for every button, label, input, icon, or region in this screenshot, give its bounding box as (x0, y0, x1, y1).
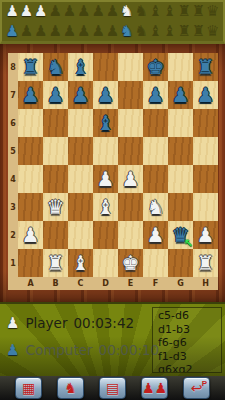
pieces-button[interactable]: ♟♟ (141, 377, 168, 399)
computer-time: 00:00:10 (99, 342, 160, 358)
piece-black-knight: ♞ (47, 57, 65, 77)
square-a4[interactable] (18, 165, 43, 193)
tray-row-1: ♟♟♟♟♟♟♟♟♞♞♝♝♜♜♛ (2, 22, 223, 41)
square-c1[interactable]: ♝ (68, 249, 93, 277)
square-g3[interactable] (168, 193, 193, 221)
captured-pieces-tray: ♟♟♟♟♟♟♟♟♞♞♝♝♜♜♛ ♟♟♟♟♟♟♟♟♞♞♝♝♜♜♛ (0, 0, 225, 44)
rank-label-4: 4 (8, 165, 18, 193)
square-c6[interactable] (68, 109, 93, 137)
tray-slot-white-pawn: ♟ (91, 2, 105, 21)
piece-white-pawn: ♟ (197, 225, 215, 245)
square-c8[interactable]: ♝ (68, 53, 93, 81)
square-b3[interactable]: ♛ (43, 193, 68, 221)
piece-white-queen: ♛ (47, 197, 65, 217)
file-label-h: H (193, 279, 218, 288)
chess-app: ♟♟♟♟♟♟♟♟♞♞♝♝♜♜♛ ♟♟♟♟♟♟♟♟♞♞♝♝♜♜♛ 87654321… (0, 0, 225, 400)
tray-slot-white-pawn: ♟ (77, 2, 91, 21)
file-label-d: D (93, 279, 118, 288)
tray-slot-black-pawn: ♟ (5, 22, 19, 41)
square-g4[interactable] (168, 165, 193, 193)
square-d5[interactable] (93, 137, 118, 165)
tray-slot-white-rook: ♜ (191, 2, 205, 21)
tray-slot-white-queen: ♛ (206, 2, 220, 21)
undo-move-button[interactable]: ↩P (183, 377, 210, 399)
tray-slot-black-bishop: ♝ (148, 22, 162, 41)
white-pawn-icon: ♟ (6, 316, 19, 331)
undo-move-button-badge: P (202, 379, 207, 388)
tray-slot-black-knight: ♞ (134, 22, 148, 41)
rank-label-7: 7 (8, 81, 18, 109)
tray-slot-white-pawn: ♟ (105, 2, 119, 21)
piece-black-pawn: ♟ (197, 85, 215, 105)
square-a3[interactable] (18, 193, 43, 221)
board: ♜♞♝♚♜♟♟♟♟♟♟♟♝♟♟♛♝♞♟♟♛↖♟♜♝♚♜ (18, 53, 218, 277)
piece-white-pawn: ♟ (22, 225, 40, 245)
game-grid-button[interactable]: ▦ (15, 377, 42, 399)
tray-slot-white-bishop: ♝ (163, 2, 177, 21)
square-b8[interactable]: ♞ (43, 53, 68, 81)
square-h8[interactable]: ♜ (193, 53, 218, 81)
board-setup-button[interactable]: ▤ (99, 377, 126, 399)
tray-slot-black-pawn: ♟ (91, 22, 105, 41)
piece-black-pawn: ♟ (22, 85, 40, 105)
piece-white-pawn: ♟ (122, 169, 140, 189)
move-list[interactable]: c5-d6d1-b3f6-g6f1-d3g6xg2 (152, 307, 222, 373)
tray-slot-black-pawn: ♟ (62, 22, 76, 41)
piece-black-pawn: ♟ (72, 85, 90, 105)
tray-slot-black-pawn: ♟ (34, 22, 48, 41)
square-g5[interactable] (168, 137, 193, 165)
file-label-f: F (143, 279, 168, 288)
piece-black-rook: ♜ (22, 57, 40, 77)
square-b7[interactable]: ♟ (43, 81, 68, 109)
square-b1[interactable]: ♜ (43, 249, 68, 277)
piece-black-pawn: ♟ (97, 85, 115, 105)
file-label-e: E (118, 279, 143, 288)
rank-label-6: 6 (8, 109, 18, 137)
piece-white-rook: ♜ (47, 253, 65, 273)
square-e6[interactable] (118, 109, 143, 137)
square-f6[interactable] (143, 109, 168, 137)
computer-label: Computer (25, 342, 92, 358)
square-d6[interactable]: ♝ (93, 109, 118, 137)
square-d2[interactable] (93, 221, 118, 249)
piece-black-pawn: ♟ (47, 85, 65, 105)
rank-label-8: 8 (8, 53, 18, 81)
square-h1[interactable]: ♜ (193, 249, 218, 277)
square-f1[interactable] (143, 249, 168, 277)
knight-icon: ♞ (64, 381, 77, 395)
move-item: d1-b3 (158, 323, 216, 337)
rank-label-2: 2 (8, 221, 18, 249)
piece-white-bishop: ♝ (97, 197, 115, 217)
square-d4[interactable]: ♟ (93, 165, 118, 193)
undo-arrow-icon: ↩ (191, 381, 203, 395)
square-e8[interactable] (118, 53, 143, 81)
pieces-icon: ♟♟ (142, 381, 167, 395)
info-panel: ♟ Player 00:03:42 ♟ Computer 00:00:10 c5… (0, 302, 225, 376)
square-h4[interactable] (193, 165, 218, 193)
square-c5[interactable] (68, 137, 93, 165)
square-c4[interactable] (68, 165, 93, 193)
move-item: f6-g6 (158, 336, 216, 350)
square-f4[interactable] (143, 165, 168, 193)
square-d7[interactable]: ♟ (93, 81, 118, 109)
tray-slot-black-queen: ♛ (206, 22, 220, 41)
square-b5[interactable] (43, 137, 68, 165)
piece-black-rook: ♜ (197, 57, 215, 77)
tray-slot-black-rook: ♜ (177, 22, 191, 41)
file-label-c: C (68, 279, 93, 288)
square-e5[interactable] (118, 137, 143, 165)
square-b6[interactable] (43, 109, 68, 137)
rank-label-5: 5 (8, 137, 18, 165)
piece-white-king: ♚ (122, 253, 140, 273)
square-h6[interactable] (193, 109, 218, 137)
square-h2[interactable]: ♟ (193, 221, 218, 249)
tray-slot-white-knight: ♞ (120, 2, 134, 21)
tray-slot-black-pawn: ♟ (19, 22, 33, 41)
square-g6[interactable] (168, 109, 193, 137)
square-g8[interactable] (168, 53, 193, 81)
square-g2[interactable]: ♛↖ (168, 221, 193, 249)
file-labels: ABCDEFGH (8, 277, 218, 290)
piece-white-knight: ♞ (147, 197, 165, 217)
tray-slot-black-pawn: ♟ (48, 22, 62, 41)
board-frame: 87654321 ♜♞♝♚♜♟♟♟♟♟♟♟♝♟♟♛♝♞♟♟♛↖♟♜♝♚♜ ABC… (0, 44, 225, 302)
square-e2[interactable] (118, 221, 143, 249)
tray-slot-black-rook: ♜ (191, 22, 205, 41)
move-item: g6xg2 (158, 363, 216, 373)
square-h5[interactable] (193, 137, 218, 165)
player-clock-row: ♟ Player 00:03:42 (6, 315, 134, 331)
hint-knight-button[interactable]: ♞ (57, 377, 84, 399)
square-f2[interactable]: ♟ (143, 221, 168, 249)
tray-slot-black-bishop: ♝ (163, 22, 177, 41)
toolbar: ▦♞▤♟♟↩P (0, 376, 225, 400)
piece-black-bishop: ♝ (97, 113, 115, 133)
square-h7[interactable]: ♟ (193, 81, 218, 109)
tray-slot-white-bishop: ♝ (148, 2, 162, 21)
tray-row-0: ♟♟♟♟♟♟♟♟♞♞♝♝♜♜♛ (2, 2, 223, 21)
piece-black-bishop: ♝ (72, 57, 90, 77)
piece-white-bishop: ♝ (72, 253, 90, 273)
square-b2[interactable] (43, 221, 68, 249)
square-g1[interactable] (168, 249, 193, 277)
rank-label-1: 1 (8, 249, 18, 277)
square-a5[interactable] (18, 137, 43, 165)
piece-black-king: ♚ (147, 57, 165, 77)
player-label: Player (25, 315, 67, 331)
rank-labels: 87654321 (8, 53, 18, 277)
move-item: c5-d6 (158, 309, 216, 323)
tray-slot-white-pawn: ♟ (34, 2, 48, 21)
tray-slot-black-pawn: ♟ (77, 22, 91, 41)
square-g7[interactable]: ♟ (168, 81, 193, 109)
piece-black-pawn: ♟ (172, 85, 190, 105)
tray-slot-white-rook: ♜ (177, 2, 191, 21)
move-item: f1-d3 (158, 350, 216, 364)
square-c3[interactable] (68, 193, 93, 221)
square-f5[interactable] (143, 137, 168, 165)
grid-icon: ▦ (22, 381, 35, 395)
square-c2[interactable] (68, 221, 93, 249)
square-a6[interactable] (18, 109, 43, 137)
player-time: 00:03:42 (73, 315, 134, 331)
square-f8[interactable]: ♚ (143, 53, 168, 81)
computer-clock-row: ♟ Computer 00:00:10 (6, 342, 159, 358)
square-f3[interactable]: ♞ (143, 193, 168, 221)
square-c7[interactable]: ♟ (68, 81, 93, 109)
tray-slot-white-pawn: ♟ (48, 2, 62, 21)
piece-white-pawn: ♟ (97, 169, 115, 189)
square-a1[interactable] (18, 249, 43, 277)
square-e1[interactable]: ♚ (118, 249, 143, 277)
square-a8[interactable]: ♜ (18, 53, 43, 81)
tray-slot-white-pawn: ♟ (62, 2, 76, 21)
file-label-g: G (168, 279, 193, 288)
square-a2[interactable]: ♟ (18, 221, 43, 249)
square-d3[interactable]: ♝ (93, 193, 118, 221)
square-f7[interactable]: ♟ (143, 81, 168, 109)
board-split-icon: ▤ (106, 381, 119, 395)
square-a7[interactable]: ♟ (18, 81, 43, 109)
piece-white-pawn: ♟ (147, 225, 165, 245)
square-d8[interactable] (93, 53, 118, 81)
square-b4[interactable] (43, 165, 68, 193)
tray-slot-white-pawn: ♟ (19, 2, 33, 21)
square-d1[interactable] (93, 249, 118, 277)
square-e3[interactable] (118, 193, 143, 221)
square-e4[interactable]: ♟ (118, 165, 143, 193)
tray-slot-black-pawn: ♟ (105, 22, 119, 41)
square-e7[interactable] (118, 81, 143, 109)
rank-label-3: 3 (8, 193, 18, 221)
square-h3[interactable] (193, 193, 218, 221)
file-label-a: A (18, 279, 43, 288)
file-label-b: B (43, 279, 68, 288)
tray-slot-black-knight: ♞ (120, 22, 134, 41)
tray-slot-white-knight: ♞ (134, 2, 148, 21)
blue-pawn-icon: ♟ (6, 343, 19, 358)
piece-black-pawn: ♟ (147, 85, 165, 105)
piece-white-rook: ♜ (197, 253, 215, 273)
tray-slot-white-pawn: ♟ (5, 2, 19, 21)
